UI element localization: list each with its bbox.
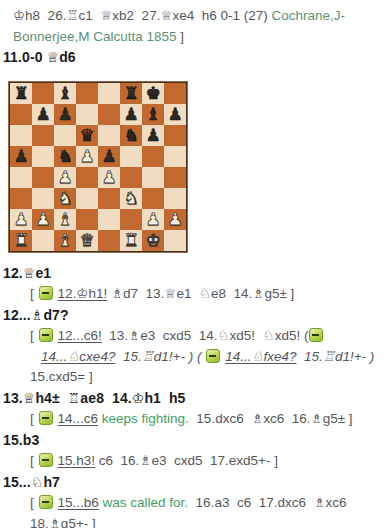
variation-12-black-3: 15.cxd5= ] [3,367,387,388]
board-square-b3[interactable] [32,188,54,209]
white-pawn-piece: ♟ [167,209,182,230]
board-frame: ♜♝♜♚♟♟♟♝♟♛♞♟♟♞♟♟♟♟♞♞♟♟♝♟♟♜♝♛♜♚ [9,82,187,252]
board-square-e1[interactable] [98,230,120,251]
variation-move[interactable]: [ [30,286,38,301]
commentary-text: was called for. [99,495,188,510]
board-square-h8[interactable] [164,83,186,104]
board-square-d4[interactable] [76,167,98,188]
suggested-move[interactable]: 15...b6 [58,495,99,510]
board-square-a2[interactable]: ♟ [10,209,32,230]
black-king-piece: ♚ [145,83,160,104]
variation-12-white: [ 12.♔h1! ♗d7 13.♕e1 ♘e8 14.♗g5± ] [3,284,387,305]
white-pawn-piece: ♟ [145,209,160,230]
main-move-12-black: 12...♗d7? [3,305,387,327]
game-reference-line-2: Bonnerjee,M Calcutta 1855 ] [3,27,387,48]
variation-move[interactable]: 18.♗g5+- ] [30,516,96,528]
main-move-11: 11.0-0 ♕d6 [3,47,387,69]
variation-move[interactable]: [ [30,495,38,510]
board-square-d7[interactable] [76,104,98,125]
black-rook-piece: ♜ [123,83,138,104]
board-square-c6[interactable] [54,125,76,146]
board-square-g5[interactable] [142,146,164,167]
board-square-d3[interactable] [76,188,98,209]
variation-move[interactable]: c6 16.♗e3 cxd5 17.exd5+- ] [95,453,278,468]
variation-12-black-1: [ 12...c6! 13.♗e3 cxd5 14.♘xd5! ♘xd5! ( [3,326,387,347]
variation-move[interactable]: 16.a3 c6 17.dxc6 ♗xc6 [188,495,346,510]
board-square-a7[interactable] [10,104,32,125]
variation-move[interactable]: 15.dxc6 ♗xc6 16.♗g5± ] [189,411,353,426]
black-pawn-piece: ♟ [13,146,28,167]
variation-15-white: [ 15.h3! c6 16.♗e3 cxd5 17.exd5+- ] [3,451,387,472]
suggested-move-italic[interactable]: 14...♘cxe4? [41,349,115,364]
black-knight-piece: ♞ [123,125,138,146]
board-square-g3[interactable] [142,188,164,209]
suggested-move[interactable]: 14...c6 [58,411,99,426]
board-square-c8[interactable]: ♝ [54,83,76,104]
board-square-e5[interactable]: ♟ [98,146,120,167]
black-pawn-piece: ♟ [57,104,72,125]
white-bishop-piece: ♝ [57,209,72,230]
board-square-g4[interactable] [142,167,164,188]
white-queen-piece: ♛ [79,230,94,251]
board-square-c1[interactable]: ♝ [54,230,76,251]
board-square-d8[interactable] [76,83,98,104]
notation-panel: ♔h8 26.♖c1 ♕xb2 27.♕xe4 h6 0-1 (27) Coch… [0,0,391,528]
variation-move-italic[interactable]: 15.♖d1!+- ) ( [115,349,205,364]
board-square-f7[interactable]: ♟ [120,104,142,125]
engine-annotation-icon [39,411,53,425]
variation-14-black: [ 14...c6 keeps fighting. 15.dxc6 ♗xc6 1… [3,409,387,430]
game-reference-line-1: ♔h8 26.♖c1 ♕xb2 27.♕xe4 h6 0-1 (27) Coch… [3,6,387,27]
white-knight-piece: ♞ [57,188,72,209]
board-square-b8[interactable] [32,83,54,104]
main-move-12-white: 12.♕e1 [3,263,387,285]
board-square-e4[interactable]: ♟ [98,167,120,188]
variation-move[interactable]: 13.♗e3 cxd5 14.♘xd5! ♘xd5! ( [102,328,309,343]
engine-annotation-icon [309,328,323,342]
board-square-h1[interactable] [164,230,186,251]
main-move[interactable]: 12...♗d7? [3,307,69,323]
board-square-a5[interactable]: ♟ [10,146,32,167]
white-pawn-piece: ♟ [35,209,50,230]
board-square-h4[interactable] [164,167,186,188]
engine-annotation-icon [206,349,220,363]
board-square-h5[interactable] [164,146,186,167]
board-square-b4[interactable] [32,167,54,188]
board-square-h6[interactable] [164,125,186,146]
engine-annotation-icon [39,328,53,342]
board-square-d6[interactable]: ♛ [76,125,98,146]
board-square-c4[interactable]: ♟ [54,167,76,188]
board-square-c3[interactable]: ♞ [54,188,76,209]
board-square-f6[interactable]: ♞ [120,125,142,146]
black-knight-piece: ♞ [57,146,72,167]
board-square-g2[interactable]: ♟ [142,209,164,230]
black-pawn-piece: ♟ [35,104,50,125]
suggested-move[interactable]: 12.♔h1! [58,286,108,301]
board-square-c7[interactable]: ♟ [54,104,76,125]
white-king-piece: ♚ [145,230,160,251]
engine-annotation-icon [39,453,53,467]
white-rook-piece: ♜ [13,230,28,251]
board-square-g7[interactable]: ♝ [142,104,164,125]
board-square-f4[interactable] [120,167,142,188]
main-move-13-14: 13.♕h4± ♖ae8 14.♔h1 h5 [3,388,387,410]
board-square-c5[interactable]: ♞ [54,146,76,167]
suggested-move-italic[interactable]: 14...♘fxe4? [225,349,296,364]
game-citation: Cochrane,J- [272,8,346,23]
board-square-h2[interactable]: ♟ [164,209,186,230]
board-square-b1[interactable] [32,230,54,251]
white-knight-piece: ♞ [123,188,138,209]
black-bishop-piece: ♝ [57,83,72,104]
board-square-e3[interactable] [98,188,120,209]
notation-top-block: ♔h8 26.♖c1 ♕xb2 27.♕xe4 h6 0-1 (27) Coch… [3,6,387,69]
suggested-move[interactable]: 12...c6! [58,328,102,343]
board-square-h7[interactable]: ♟ [164,104,186,125]
board-square-e2[interactable] [98,209,120,230]
board-square-c2[interactable]: ♝ [54,209,76,230]
engine-annotation-icon [39,495,53,509]
board-square-h3[interactable] [164,188,186,209]
main-move-15-black: 15...♘h7 [3,472,387,494]
main-move[interactable]: 15.b3 [3,432,39,448]
white-rook-piece: ♜ [123,230,138,251]
black-pawn-piece: ♟ [145,125,160,146]
game-citation: Bonnerjee,M Calcutta 1855 [13,29,177,44]
white-pawn-piece: ♟ [79,146,94,167]
variation-move[interactable]: ] [177,29,185,44]
variation-move-italic[interactable]: 15.♖d1!+- ) [297,349,375,364]
board-square-g6[interactable]: ♟ [142,125,164,146]
variation-15-black-2: 18.♗g5+- ] [3,514,387,528]
board-square-b7[interactable]: ♟ [32,104,54,125]
black-pawn-piece: ♟ [101,146,116,167]
board-square-a8[interactable]: ♜ [10,83,32,104]
board-square-f1[interactable]: ♜ [120,230,142,251]
variation-15-black-1: [ 15...b6 was called for. 16.a3 c6 17.dx… [3,493,387,514]
board-square-a4[interactable] [10,167,32,188]
black-pawn-piece: ♟ [123,104,138,125]
black-rook-piece: ♜ [13,83,28,104]
board-square-a3[interactable] [10,188,32,209]
variation-12-black-2: 14...♘cxe4? 15.♖d1!+- ) ( 14...♘fxe4? 15… [3,347,387,368]
board-square-f3[interactable]: ♞ [120,188,142,209]
variation-move[interactable]: 15.cxd5= ] [30,369,93,384]
board-square-a6[interactable] [10,125,32,146]
board-square-b6[interactable] [32,125,54,146]
chess-board: ♜♝♜♚♟♟♟♝♟♛♞♟♟♞♟♟♟♟♞♞♟♟♝♟♟♜♝♛♜♚ [10,83,186,251]
board-square-g8[interactable]: ♚ [142,83,164,104]
variation-move[interactable]: [ [30,453,38,468]
white-pawn-piece: ♟ [13,209,28,230]
notation-bottom-block: 12.♕e1[ 12.♔h1! ♗d7 13.♕e1 ♘e8 14.♗g5± ]… [3,263,387,528]
board-square-e6[interactable] [98,125,120,146]
main-move[interactable]: 13.♕h4± ♖ae8 14.♔h1 h5 [3,390,185,406]
white-pawn-piece: ♟ [101,167,116,188]
board-square-f8[interactable]: ♜ [120,83,142,104]
suggested-move[interactable]: 15.h3! [58,453,96,468]
variation-move[interactable]: ♗d7 13.♕e1 ♘e8 14.♗g5± ] [107,286,294,301]
white-pawn-piece: ♟ [57,167,72,188]
board-square-g1[interactable]: ♚ [142,230,164,251]
board-square-f2[interactable] [120,209,142,230]
engine-annotation-icon [39,286,53,300]
variation-move[interactable]: ♔h8 26.♖c1 ♕xb2 27.♕xe4 h6 0-1 (27) [13,8,272,23]
main-move-15-white: 15.b3 [3,430,387,452]
black-bishop-piece: ♝ [145,104,160,125]
main-move[interactable]: 11.0-0 ♕d6 [3,49,76,65]
black-queen-piece: ♛ [79,125,94,146]
board-square-d5[interactable]: ♟ [76,146,98,167]
variation-move[interactable]: [ [30,411,38,426]
board-square-d2[interactable] [76,209,98,230]
board-square-e8[interactable] [98,83,120,104]
board-square-f5[interactable] [120,146,142,167]
board-square-e7[interactable] [98,104,120,125]
main-move[interactable]: 15...♘h7 [3,474,60,490]
board-square-a1[interactable]: ♜ [10,230,32,251]
board-square-b5[interactable] [32,146,54,167]
variation-move[interactable]: [ [30,328,38,343]
board-square-d1[interactable]: ♛ [76,230,98,251]
commentary-text: keeps fighting. [98,411,189,426]
main-move[interactable]: 12.♕e1 [3,265,51,281]
white-bishop-piece: ♝ [57,230,72,251]
board-square-b2[interactable]: ♟ [32,209,54,230]
black-pawn-piece: ♟ [167,104,182,125]
